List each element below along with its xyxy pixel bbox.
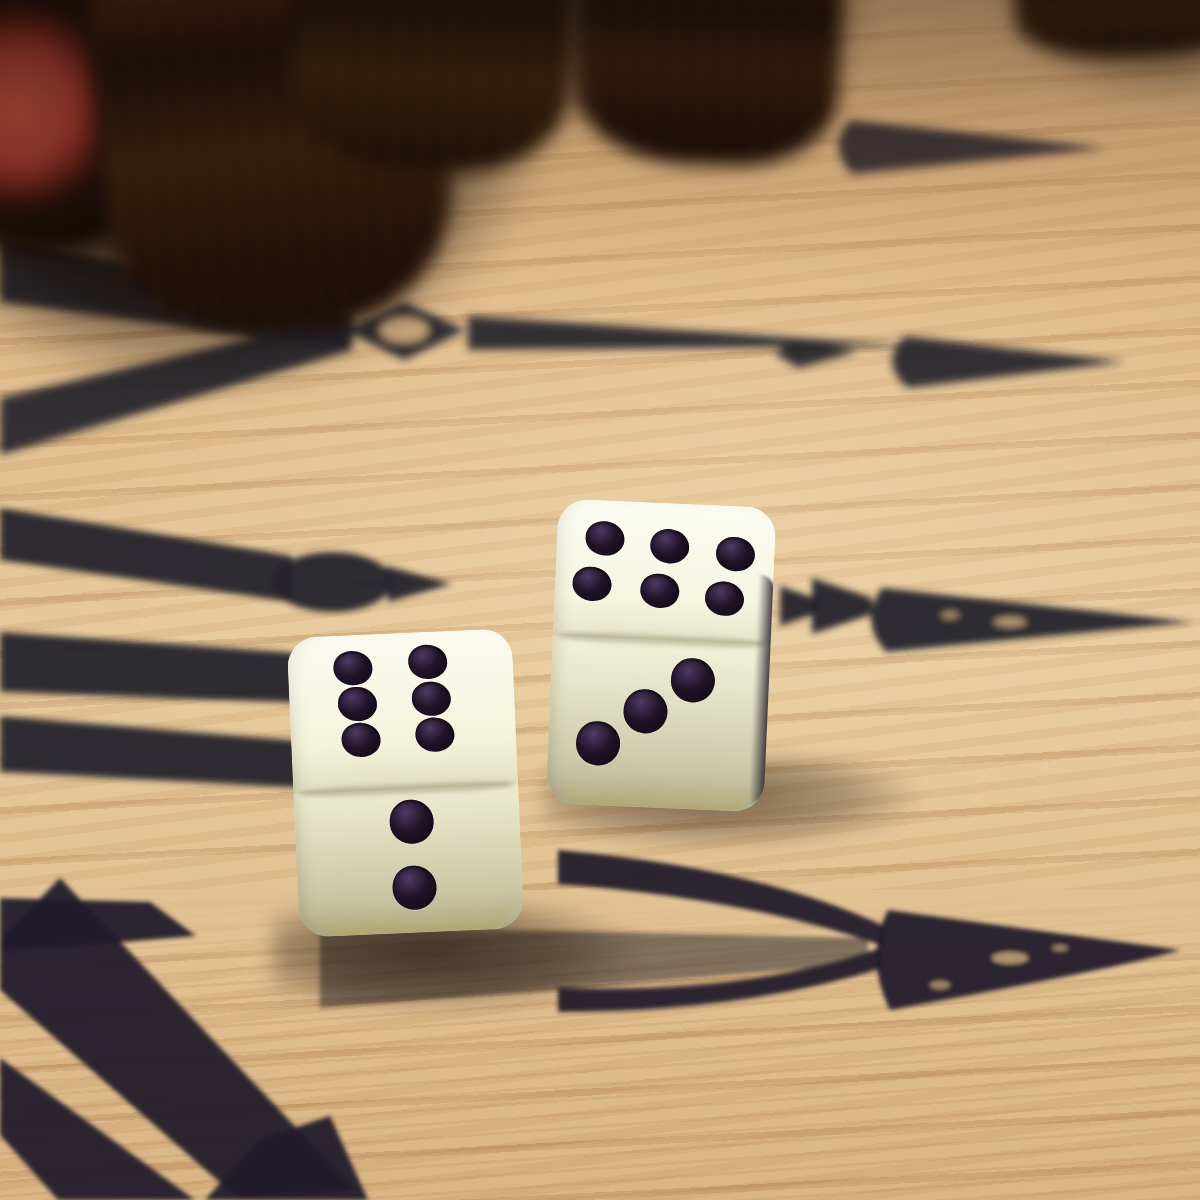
die-pip [414, 716, 455, 752]
die-right[interactable] [545, 498, 776, 812]
photo-backgammon-closeup [0, 0, 1200, 1200]
die-pip [638, 571, 682, 610]
points-far [838, 120, 1105, 174]
checker[interactable] [576, 0, 844, 169]
die-left[interactable] [287, 628, 525, 938]
points-near [0, 850, 1180, 1200]
die-top-face [287, 628, 519, 794]
die-pip [703, 579, 747, 618]
die-pip [411, 681, 452, 717]
die-pip [583, 519, 627, 558]
die-pip [391, 865, 438, 912]
die-pip [668, 655, 718, 705]
die-pip [570, 564, 614, 603]
die-front-face [293, 784, 524, 938]
die-pip [340, 721, 381, 757]
die-top-face [553, 498, 777, 645]
die-pip [333, 650, 374, 686]
die-pip [388, 799, 435, 846]
die-pip [407, 643, 448, 679]
die-pip [713, 534, 757, 573]
die-pip [573, 718, 623, 768]
die-front-face [545, 636, 770, 813]
die-pip [336, 686, 377, 722]
die-pip [620, 687, 670, 737]
die-pip [648, 526, 692, 565]
